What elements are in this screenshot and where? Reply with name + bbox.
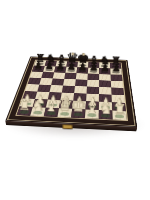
piece-black-pawn: ♟ (100, 62, 109, 72)
piece-black-pawn: ♟ (34, 60, 43, 70)
brass-latch (62, 124, 73, 129)
square-g6 (99, 74, 111, 81)
square-e1: ♚ (71, 109, 85, 118)
square-e4 (74, 86, 87, 94)
chess-board: ♜♞♝♛♚♝♞♜♟♟♟♟♟♟♟♟♟♟♟♟♟♟♟♟♜♞♝♛♚♝♞♜ (5, 57, 137, 127)
piece-black-pawn: ♟ (78, 61, 87, 71)
piece-black-pawn: ♟ (89, 62, 98, 72)
square-h5 (111, 81, 124, 88)
piece-white-king: ♚ (71, 98, 87, 116)
square-f1: ♝ (85, 109, 99, 118)
piece-white-knight: ♞ (99, 102, 112, 117)
piece-white-knight: ♞ (31, 99, 44, 114)
square-h1: ♜ (112, 111, 126, 121)
piece-black-pawn: ♟ (45, 60, 54, 70)
board-frame: ♜♞♝♛♚♝♞♜♟♟♟♟♟♟♟♟♟♟♟♟♟♟♟♟♜♞♝♛♚♝♞♜ (5, 57, 137, 127)
square-a4 (25, 84, 39, 91)
piece-white-rook: ♜ (113, 102, 127, 117)
square-e5 (75, 79, 87, 86)
piece-white-rook: ♜ (18, 98, 31, 113)
piece-black-pawn: ♟ (67, 61, 76, 71)
board-grid: ♜♞♝♛♚♝♞♜♟♟♟♟♟♟♟♟♟♟♟♟♟♟♟♟♜♞♝♛♚♝♞♜ (15, 60, 128, 121)
square-d4 (62, 86, 75, 94)
piece-black-pawn: ♟ (112, 63, 121, 73)
square-c4 (50, 85, 64, 93)
square-g1: ♞ (99, 110, 113, 119)
product-photo-chess-set: ♜♞♝♛♚♝♞♜♟♟♟♟♟♟♟♟♟♟♟♟♟♟♟♟♜♞♝♛♚♝♞♜ (0, 0, 150, 200)
piece-white-bishop: ♝ (86, 101, 99, 116)
square-f5 (87, 80, 99, 87)
square-g4 (99, 87, 112, 95)
piece-white-bishop: ♝ (45, 99, 58, 114)
piece-black-pawn: ♟ (56, 61, 65, 71)
